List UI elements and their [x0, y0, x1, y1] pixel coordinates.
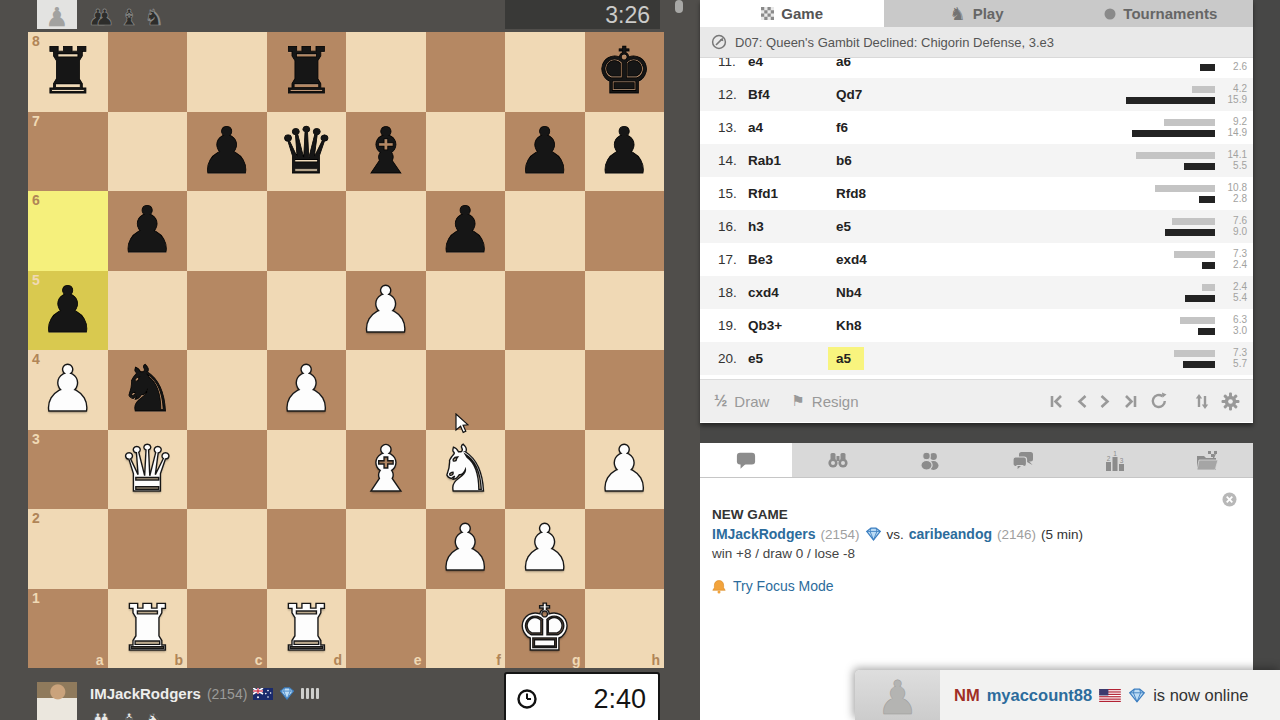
move-white[interactable]: Bf4 — [748, 87, 836, 102]
square-h3[interactable]: ♟ — [585, 430, 665, 510]
move-row: 17.Be3exd47.32.4 — [700, 243, 1253, 276]
white-player-link[interactable]: IMJackRodgers — [712, 526, 815, 542]
square-d8[interactable]: ♜ — [267, 32, 347, 112]
piece-white-queen[interactable]: ♛ — [108, 430, 188, 508]
svg-text:3: 3 — [1119, 456, 1123, 463]
move-white[interactable]: cxd4 — [748, 285, 836, 300]
move-time-bars: 7.35.7 — [1119, 349, 1247, 368]
square-g8[interactable] — [505, 32, 585, 112]
move-number: 11. — [718, 58, 748, 69]
piece-black-pawn[interactable]: ♟ — [426, 191, 506, 269]
square-a1[interactable]: 1a — [28, 589, 108, 669]
square-h5[interactable] — [585, 271, 665, 351]
square-f7[interactable] — [426, 112, 506, 192]
notification-username-link[interactable]: myaccount88 — [987, 686, 1092, 705]
previous-move-button[interactable] — [1075, 393, 1088, 410]
file-label: c — [255, 652, 263, 668]
square-e1[interactable]: e — [346, 589, 426, 669]
captured-bishop-icon: ♝ — [119, 709, 139, 720]
piece-white-pawn[interactable]: ♟ — [505, 509, 585, 587]
file-label: e — [414, 652, 422, 668]
knight-icon: ♞ — [949, 6, 965, 22]
move-black[interactable]: a6 — [836, 58, 1119, 69]
move-white[interactable]: e5 — [748, 351, 836, 366]
square-e6[interactable] — [346, 191, 426, 271]
square-f1[interactable]: f — [426, 589, 506, 669]
move-number: 19. — [718, 318, 748, 333]
square-d2[interactable] — [267, 509, 347, 589]
current-move-highlight[interactable]: a5 — [828, 347, 864, 370]
chess-board[interactable]: 8♜♜♚7♟♛♝♟♟6♟♟5♟♟4♟♞♟3♛♝♞♟2♟♟1ab♜cd♜efg♚h — [28, 32, 664, 668]
square-c2[interactable] — [187, 509, 267, 589]
opening-name[interactable]: D07: Queen's Gambit Declined: Chigorin D… — [735, 35, 1054, 50]
notification-pawn-image: ♟ — [855, 670, 940, 720]
square-b6[interactable]: ♟ — [108, 191, 188, 271]
captured-pawn-icon: ♟ — [95, 5, 115, 30]
draw-half-icon: ½ — [714, 392, 727, 410]
move-number: 20. — [718, 351, 748, 366]
square-e2[interactable] — [346, 509, 426, 589]
square-d4[interactable]: ♟ — [267, 350, 347, 430]
piece-black-pawn[interactable]: ♟ — [585, 112, 665, 190]
move-row: 20.e5a57.35.7 — [700, 342, 1253, 375]
move-black[interactable]: exd4 — [836, 252, 1119, 267]
tab-observers[interactable] — [792, 443, 884, 477]
page-scrollbar-thumb[interactable] — [675, 0, 683, 13]
file-label: f — [496, 652, 501, 668]
square-c1[interactable]: c — [187, 589, 267, 669]
piece-white-pawn[interactable]: ♟ — [585, 430, 665, 508]
move-number: 13. — [718, 120, 748, 135]
move-row: 16.h3e57.69.0 — [700, 210, 1253, 243]
folder-games-icon — [1195, 450, 1219, 471]
bottom-player-name[interactable]: IMJackRodgers — [90, 685, 201, 702]
square-a7[interactable]: 7 — [28, 112, 108, 192]
square-a6[interactable]: 6 — [28, 191, 108, 271]
move-time-bars: 9.214.9 — [1119, 118, 1247, 137]
square-e7[interactable]: ♝ — [346, 112, 426, 192]
top-player-clock: 3:26 — [505, 0, 660, 29]
mouse-cursor — [455, 413, 469, 434]
draw-button[interactable]: Draw — [734, 393, 769, 410]
tab-tournaments-label: Tournaments — [1123, 5, 1217, 22]
square-f6[interactable]: ♟ — [426, 191, 506, 271]
captured-pawn-icon: ♟ — [95, 709, 115, 720]
square-d3[interactable] — [267, 430, 347, 510]
square-b3[interactable]: ♛ — [108, 430, 188, 510]
tab-chat-rooms[interactable] — [977, 443, 1069, 477]
square-g7[interactable]: ♟ — [505, 112, 585, 192]
tab-game-label: Game — [781, 5, 823, 22]
move-black[interactable]: Rfd8 — [836, 186, 1119, 201]
square-h2[interactable] — [585, 509, 665, 589]
square-c3[interactable] — [187, 430, 267, 510]
nm-title-badge: NM — [954, 686, 980, 705]
move-number: 14. — [718, 153, 748, 168]
piece-white-bishop[interactable]: ♝ — [346, 430, 426, 508]
move-time-bars: 10.82.8 — [1119, 184, 1247, 203]
square-a3[interactable]: 3 — [28, 430, 108, 510]
square-c6[interactable] — [187, 191, 267, 271]
move-number: 18. — [718, 285, 748, 300]
chat-mute-icon[interactable] — [1222, 492, 1237, 511]
move-number: 15. — [718, 186, 748, 201]
square-h4[interactable] — [585, 350, 665, 430]
move-row: 15.Rfd1Rfd810.82.8 — [700, 177, 1253, 210]
move-time-bars: 2.45.4 — [1119, 283, 1247, 302]
next-move-button[interactable] — [1099, 393, 1112, 410]
tab-friends[interactable] — [884, 443, 976, 477]
move-black[interactable]: e5 — [836, 219, 1119, 234]
rank-label: 2 — [32, 510, 40, 526]
move-black[interactable]: Kh8 — [836, 318, 1119, 333]
square-b2[interactable] — [108, 509, 188, 589]
rank-label: 4 — [32, 351, 40, 367]
settings-gear-icon[interactable] — [1221, 392, 1240, 411]
last-move-button[interactable] — [1123, 393, 1139, 410]
move-row: 14.Rab1b614.15.5 — [700, 144, 1253, 177]
move-list: 11.e4a62.612.Bf4Qd74.215.913.a4f69.214.9… — [700, 58, 1253, 379]
bottom-player-captured-pieces: ♟♟♝♞ — [88, 709, 164, 720]
svg-text:1: 1 — [1113, 450, 1117, 457]
move-white[interactable]: Be3 — [748, 252, 836, 267]
square-b1[interactable]: b♜ — [108, 589, 188, 669]
piece-white-pawn[interactable]: ♟ — [267, 350, 347, 428]
square-e4[interactable] — [346, 350, 426, 430]
bell-icon — [712, 579, 726, 594]
piece-black-knight[interactable]: ♞ — [108, 350, 188, 428]
move-time-bars: 7.32.4 — [1119, 250, 1247, 269]
move-number: 17. — [718, 252, 748, 267]
people-icon — [918, 450, 942, 470]
move-white[interactable]: Rfd1 — [748, 186, 836, 201]
pawn-avatar-icon: ♟ — [45, 2, 68, 30]
square-d6[interactable] — [267, 191, 347, 271]
tab-game[interactable]: Game — [700, 0, 884, 27]
move-number: 12. — [718, 87, 748, 102]
piece-black-pawn[interactable]: ♟ — [187, 112, 267, 190]
square-f3[interactable]: ♞ — [426, 430, 506, 510]
square-e3[interactable]: ♝ — [346, 430, 426, 510]
file-label: d — [333, 652, 342, 668]
move-number: 16. — [718, 219, 748, 234]
square-h6[interactable] — [585, 191, 665, 271]
top-player-captured-pieces: ♟♟♝♞ — [88, 4, 164, 30]
move-black[interactable]: Nb4 — [836, 285, 1119, 300]
new-game-heading: NEW GAME — [712, 507, 1083, 522]
bottom-player-clock: 2:40 — [504, 672, 660, 720]
bottom-clock-time: 2:40 — [538, 684, 646, 715]
tab-standings[interactable]: 2 1 3 — [1069, 443, 1161, 477]
try-focus-mode-link[interactable]: Try Focus Mode — [733, 578, 834, 594]
top-player-avatar[interactable]: ♟ — [37, 0, 77, 29]
resign-button[interactable]: Resign — [812, 393, 859, 410]
square-g5[interactable] — [505, 271, 585, 351]
move-black[interactable]: f6 — [836, 120, 1119, 135]
captured-bishop-icon: ♝ — [119, 5, 139, 30]
move-white[interactable]: e4 — [748, 58, 836, 69]
square-h7[interactable]: ♟ — [585, 112, 665, 192]
square-h1[interactable]: h — [585, 589, 665, 669]
white-player-rating: (2154) — [820, 527, 859, 542]
rank-label: 7 — [32, 113, 40, 129]
game-panel: Game ♞ Play Tournaments D07: Queen's Gam… — [700, 0, 1253, 423]
square-b4[interactable]: ♞ — [108, 350, 188, 430]
flip-board-icon[interactable] — [1194, 393, 1210, 410]
square-c7[interactable]: ♟ — [187, 112, 267, 192]
move-time-bars: 14.15.5 — [1119, 151, 1247, 170]
online-notification-toast[interactable]: ♟ NM myaccount88 is now online — [855, 670, 1280, 720]
move-white[interactable]: Qb3+ — [748, 318, 836, 333]
notification-message: is now online — [1153, 686, 1248, 705]
file-label: h — [651, 652, 660, 668]
trophy-icon — [1104, 8, 1116, 20]
square-d7[interactable]: ♛ — [267, 112, 347, 192]
square-f2[interactable]: ♟ — [426, 509, 506, 589]
move-white[interactable]: h3 — [748, 219, 836, 234]
square-g3[interactable] — [505, 430, 585, 510]
piece-black-rook[interactable]: ♜ — [267, 32, 347, 110]
tab-play-label: Play — [973, 5, 1004, 22]
square-d5[interactable] — [267, 271, 347, 351]
move-time-bars: 4.215.9 — [1119, 85, 1247, 104]
first-move-button[interactable] — [1048, 393, 1064, 410]
vs-label: vs. — [887, 527, 904, 542]
piece-white-knight[interactable]: ♞ — [426, 430, 506, 508]
podium-icon: 2 1 3 — [1104, 450, 1126, 471]
tab-tournaments[interactable]: Tournaments — [1069, 0, 1253, 27]
square-a8[interactable]: 8♜ — [28, 32, 108, 112]
tab-archive[interactable] — [1161, 443, 1253, 477]
file-label: b — [174, 652, 183, 668]
square-g1[interactable]: g♚ — [505, 589, 585, 669]
piece-black-pawn[interactable]: ♟ — [108, 191, 188, 269]
square-f8[interactable] — [426, 32, 506, 112]
move-row: 19.Qb3+Kh86.33.0 — [700, 309, 1253, 342]
time-control: (5 min) — [1041, 527, 1083, 542]
square-e5[interactable]: ♟ — [346, 271, 426, 351]
bottom-player-avatar[interactable] — [37, 682, 77, 720]
rank-label: 3 — [32, 431, 40, 447]
piece-black-bishop[interactable]: ♝ — [346, 112, 426, 190]
square-a4[interactable]: 4♟ — [28, 350, 108, 430]
file-label: a — [96, 652, 104, 668]
tab-play[interactable]: ♞ Play — [884, 0, 1068, 27]
square-b8[interactable] — [108, 32, 188, 112]
move-time-bars: 2.6 — [1119, 58, 1247, 71]
square-e8[interactable] — [346, 32, 426, 112]
square-b7[interactable] — [108, 112, 188, 192]
square-c4[interactable] — [187, 350, 267, 430]
rank-label: 6 — [32, 192, 40, 208]
rank-label: 8 — [32, 33, 40, 49]
square-a2[interactable]: 2 — [28, 509, 108, 589]
move-row: 18.cxd4Nb42.45.4 — [700, 276, 1253, 309]
piece-white-pawn[interactable]: ♟ — [426, 509, 506, 587]
piece-black-king[interactable]: ♚ — [585, 32, 665, 110]
black-player-link[interactable]: caribeandog — [909, 526, 992, 542]
piece-white-pawn[interactable]: ♟ — [346, 271, 426, 349]
captured-knight-icon: ♞ — [144, 709, 164, 720]
resign-flag-icon: ⚑ — [791, 392, 804, 410]
square-c8[interactable] — [187, 32, 267, 112]
tab-chat[interactable] — [700, 443, 792, 477]
move-row: 12.Bf4Qd74.215.9 — [700, 78, 1253, 111]
square-g4[interactable] — [505, 350, 585, 430]
svg-text:2: 2 — [1106, 454, 1110, 461]
speech-bubble-icon — [735, 450, 757, 470]
file-label: g — [572, 652, 581, 668]
diamond-membership-icon — [865, 527, 882, 541]
square-g6[interactable] — [505, 191, 585, 271]
move-time-bars: 7.69.0 — [1119, 217, 1247, 236]
binoculars-icon — [826, 450, 850, 470]
move-black[interactable]: a5 — [836, 351, 1119, 366]
square-h8[interactable]: ♚ — [585, 32, 665, 112]
rating-stakes: win +8 / draw 0 / lose -8 — [712, 546, 1083, 561]
move-black[interactable]: Qd7 — [836, 87, 1119, 102]
diamond-membership-icon — [1128, 688, 1146, 703]
captured-knight-icon: ♞ — [144, 5, 164, 30]
move-time-bars: 6.33.0 — [1119, 316, 1247, 335]
move-white[interactable]: a4 — [748, 120, 836, 135]
opening-explorer-icon — [711, 34, 727, 50]
piece-black-queen[interactable]: ♛ — [267, 112, 347, 190]
diamond-membership-icon — [279, 687, 295, 700]
square-c5[interactable] — [187, 271, 267, 351]
game-area-background: caribeandog (2146) ♟ ♟♟♝♞ 3:26 8♜♜♚7♟♛♝♟… — [0, 0, 700, 720]
square-g2[interactable]: ♟ — [505, 509, 585, 589]
checkerboard-icon — [761, 7, 774, 20]
australia-flag-icon — [253, 688, 273, 700]
rank-label: 5 — [32, 272, 40, 288]
move-white[interactable]: Rab1 — [748, 153, 836, 168]
square-a5[interactable]: 5♟ — [28, 271, 108, 351]
square-b5[interactable] — [108, 271, 188, 351]
square-d1[interactable]: d♜ — [267, 589, 347, 669]
bottom-player-rating: (2154) — [207, 686, 247, 702]
double-speech-bubble-icon — [1011, 450, 1035, 471]
clock-icon — [516, 688, 538, 710]
piece-black-pawn[interactable]: ♟ — [505, 112, 585, 190]
refresh-icon[interactable] — [1150, 392, 1168, 410]
move-row: 11.e4a62.6 — [700, 58, 1253, 78]
connection-strength-icon — [301, 688, 319, 699]
move-row: 13.a4f69.214.9 — [700, 111, 1253, 144]
usa-flag-icon — [1099, 689, 1121, 702]
black-player-rating: (2146) — [997, 527, 1036, 542]
rank-label: 1 — [32, 590, 40, 606]
move-black[interactable]: b6 — [836, 153, 1119, 168]
square-f5[interactable] — [426, 271, 506, 351]
